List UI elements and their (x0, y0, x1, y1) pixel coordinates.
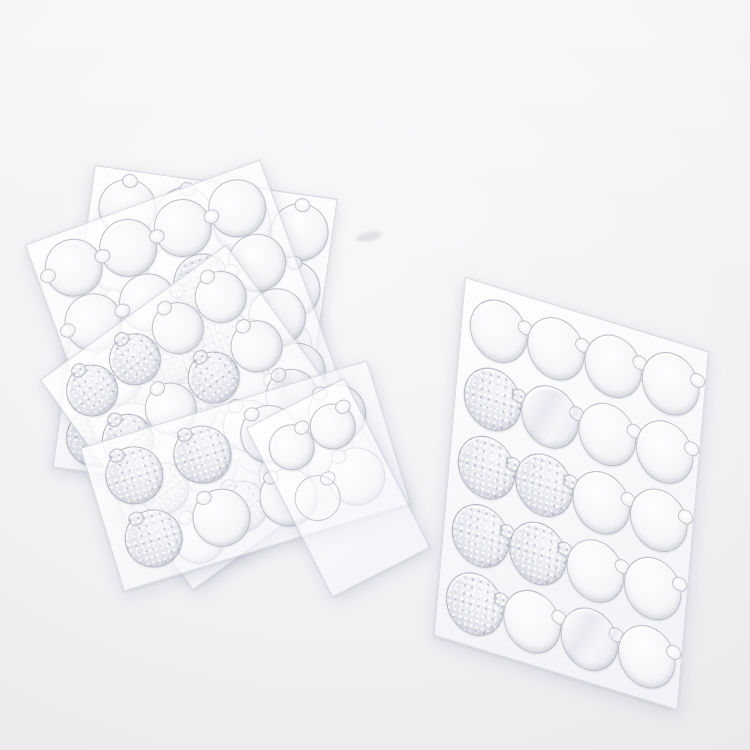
adhesive-dot-glitter (98, 439, 170, 511)
pull-tab (332, 396, 353, 416)
pull-tab (38, 266, 58, 285)
adhesive-dot-matte (615, 617, 678, 696)
adhesive-dot-matte (501, 582, 564, 661)
pull-tab (127, 509, 146, 527)
adhesive-dot-sheen (558, 599, 621, 678)
adhesive-dot-matte (185, 482, 257, 554)
pull-tab (689, 371, 706, 390)
pull-tab (121, 173, 139, 189)
pull-tab (58, 321, 78, 340)
pull-tab (684, 439, 701, 458)
pull-tab (672, 575, 689, 594)
adhesive-dot-glitter (166, 418, 238, 490)
surface-smudge (355, 229, 382, 243)
sheet-right (434, 277, 709, 710)
pull-tab (111, 329, 132, 350)
photo-scene (0, 0, 750, 750)
pull-tab (678, 507, 695, 526)
adhesive-dot-glitter (118, 502, 190, 574)
adhesive-dot-glitter (443, 564, 506, 643)
pull-tab (175, 425, 194, 443)
pull-tab (107, 446, 126, 464)
pull-tab (197, 267, 218, 288)
pull-tab (154, 298, 175, 319)
pull-tab (666, 643, 683, 662)
pull-tab (293, 197, 311, 213)
pull-tab (194, 489, 213, 507)
pull-tab (68, 361, 89, 382)
